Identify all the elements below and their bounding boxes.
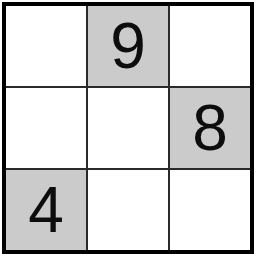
grid-cell-empty[interactable] bbox=[6, 6, 86, 86]
grid-cell-empty[interactable] bbox=[6, 88, 86, 168]
puzzle-grid: 984 bbox=[2, 2, 254, 254]
cell-value: 9 bbox=[110, 14, 146, 78]
grid-cell-given[interactable]: 8 bbox=[170, 88, 250, 168]
grid-cell-given[interactable]: 4 bbox=[6, 170, 86, 250]
cell-value: 4 bbox=[28, 178, 64, 242]
puzzle-board-container: 984 bbox=[0, 0, 256, 256]
grid-cell-given[interactable]: 9 bbox=[88, 6, 168, 86]
cell-value: 8 bbox=[192, 96, 228, 160]
grid-cell-empty[interactable] bbox=[88, 170, 168, 250]
grid-cell-empty[interactable] bbox=[170, 6, 250, 86]
grid-cell-empty[interactable] bbox=[170, 170, 250, 250]
grid-cell-empty[interactable] bbox=[88, 88, 168, 168]
